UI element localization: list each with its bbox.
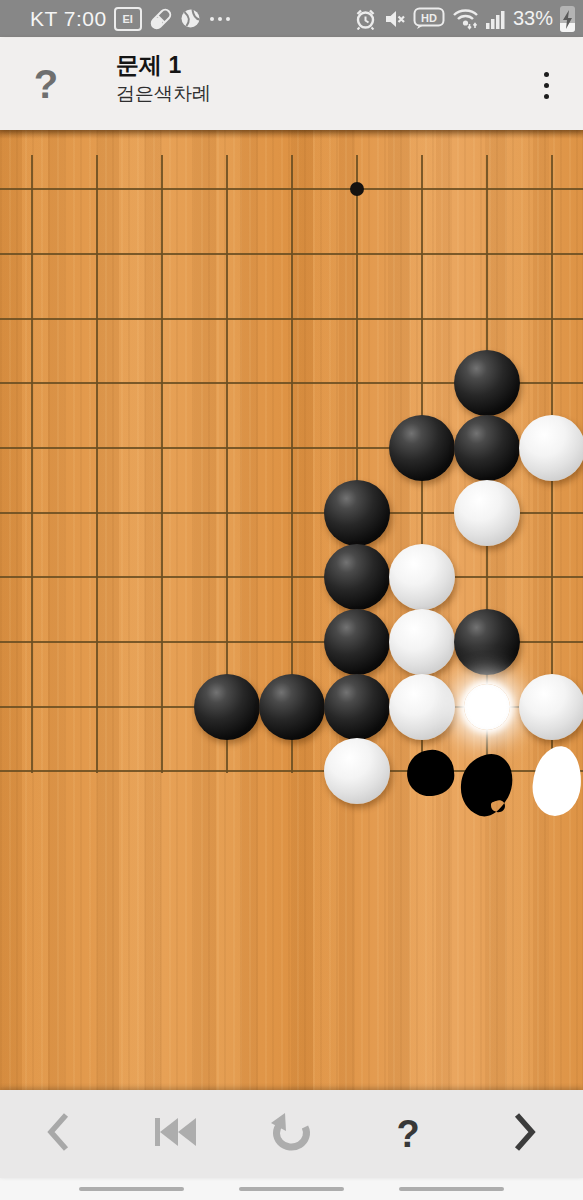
highlighted-white-stone[interactable] bbox=[464, 684, 510, 730]
black-stone[interactable] bbox=[324, 480, 390, 546]
signal-strength-icon bbox=[486, 9, 506, 29]
hd-voice-icon: HD bbox=[413, 7, 445, 30]
question-mark-icon: ? bbox=[396, 1113, 419, 1156]
wifi-icon bbox=[452, 8, 479, 30]
nav-home-handle[interactable] bbox=[239, 1187, 344, 1191]
black-stone[interactable] bbox=[324, 674, 390, 740]
nav-back-handle[interactable] bbox=[399, 1187, 504, 1191]
white-stone[interactable] bbox=[454, 480, 520, 546]
more-notifications-icon bbox=[210, 17, 230, 21]
chevron-right-icon bbox=[508, 1109, 542, 1159]
white-stone[interactable] bbox=[519, 415, 583, 481]
hint-button[interactable]: ? bbox=[350, 1090, 467, 1178]
black-stone[interactable] bbox=[454, 415, 520, 481]
hand-drawn-black-stone[interactable] bbox=[405, 748, 457, 799]
alarm-icon bbox=[354, 8, 377, 30]
go-board[interactable] bbox=[0, 130, 583, 1090]
white-stone[interactable] bbox=[324, 738, 390, 804]
pill-icon bbox=[149, 7, 173, 31]
black-stone[interactable] bbox=[389, 415, 455, 481]
next-button[interactable] bbox=[466, 1090, 583, 1178]
help-icon[interactable]: ? bbox=[24, 58, 68, 110]
reader-ei-icon: EI bbox=[114, 7, 142, 31]
grid-vline bbox=[96, 155, 98, 773]
black-stone[interactable] bbox=[324, 544, 390, 610]
nav-recents-handle[interactable] bbox=[79, 1187, 184, 1191]
previous-button[interactable] bbox=[0, 1090, 117, 1178]
carrier-time-label: KT 7:00 bbox=[30, 7, 107, 31]
mute-icon bbox=[384, 9, 406, 29]
chevron-left-icon bbox=[41, 1109, 75, 1159]
overflow-menu-icon[interactable] bbox=[533, 66, 559, 104]
white-stone[interactable] bbox=[519, 674, 583, 740]
page-title: 문제 1 bbox=[116, 50, 211, 80]
white-stone[interactable] bbox=[389, 609, 455, 675]
bottom-toolbar: ? bbox=[0, 1090, 583, 1178]
grid-vline bbox=[161, 155, 163, 773]
turn-indicator: 검은색차례 bbox=[116, 80, 211, 108]
hd-label: HD bbox=[421, 12, 437, 24]
skip-to-start-icon bbox=[152, 1115, 198, 1153]
grid-vline bbox=[31, 155, 33, 773]
white-stone[interactable] bbox=[389, 674, 455, 740]
black-stone[interactable] bbox=[324, 609, 390, 675]
battery-charging-icon bbox=[560, 6, 575, 32]
black-stone[interactable] bbox=[454, 609, 520, 675]
star-point bbox=[350, 182, 364, 196]
white-stone[interactable] bbox=[389, 544, 455, 610]
hand-drawn-black-scribble[interactable] bbox=[458, 752, 516, 822]
gesture-navigation-bar bbox=[0, 1178, 583, 1200]
black-stone[interactable] bbox=[259, 674, 325, 740]
battery-percent-label: 33% bbox=[513, 7, 553, 30]
black-stone[interactable] bbox=[454, 350, 520, 416]
black-stone[interactable] bbox=[194, 674, 260, 740]
app-header: ? 문제 1 검은색차례 bbox=[0, 38, 583, 130]
ball-icon bbox=[180, 8, 201, 29]
hand-drawn-white-stone[interactable] bbox=[531, 745, 583, 818]
status-bar: KT 7:00 EI bbox=[0, 0, 583, 38]
undo-button[interactable] bbox=[233, 1090, 350, 1178]
restart-button[interactable] bbox=[117, 1090, 234, 1178]
undo-arrow-icon bbox=[268, 1111, 314, 1157]
